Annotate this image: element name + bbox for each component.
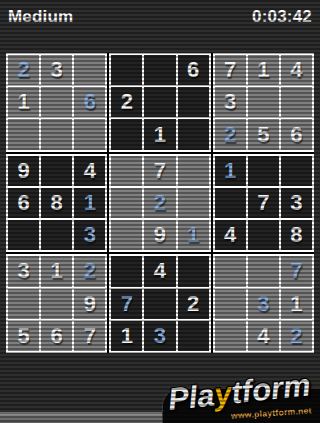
cell-r7c7[interactable] (215, 256, 246, 286)
cell-r1c4[interactable] (111, 55, 142, 85)
cell-r1c7[interactable]: 7 (215, 55, 246, 85)
cell-r1c6[interactable]: 6 (178, 55, 209, 85)
cell-r4c7[interactable]: 1 (215, 156, 246, 186)
cell-r4c8[interactable] (248, 156, 279, 186)
cell-r4c1[interactable]: 9 (8, 156, 39, 186)
block-2-3: 17348 (213, 154, 314, 253)
cell-r2c7[interactable]: 3 (215, 87, 246, 117)
cell-r9c7[interactable] (215, 321, 246, 351)
cell-r9c1[interactable]: 5 (8, 321, 39, 351)
cell-r8c9[interactable]: 1 (281, 289, 312, 319)
cell-r9c4[interactable]: 1 (111, 321, 142, 351)
cell-r8c3[interactable]: 9 (74, 289, 105, 319)
cell-r2c9[interactable] (281, 87, 312, 117)
block-2-2: 7291 (109, 154, 210, 253)
difficulty-label: Medium (8, 7, 73, 27)
cell-r6c9[interactable]: 8 (281, 220, 312, 250)
cell-r9c5[interactable]: 3 (144, 321, 175, 351)
cell-r7c5[interactable]: 4 (144, 256, 175, 286)
block-1-2: 621 (109, 53, 210, 152)
cell-r6c7[interactable]: 4 (215, 220, 246, 250)
cell-r9c9[interactable]: 2 (281, 321, 312, 351)
cell-r6c6[interactable]: 1 (178, 220, 209, 250)
cell-r6c8[interactable] (248, 220, 279, 250)
cell-r9c2[interactable]: 6 (41, 321, 72, 351)
sudoku-grid: 2316621714325694681372911734831295674721… (6, 53, 314, 353)
status-bar: Medium 0:03:42 (0, 0, 320, 34)
cell-r5c9[interactable]: 3 (281, 188, 312, 218)
cell-r1c8[interactable]: 1 (248, 55, 279, 85)
cell-r7c6[interactable] (178, 256, 209, 286)
block-1-1: 2316 (6, 53, 107, 152)
cell-r5c2[interactable]: 8 (41, 188, 72, 218)
brand-text-tform: tform (230, 367, 312, 410)
cell-r2c5[interactable] (144, 87, 175, 117)
cell-r1c2[interactable]: 3 (41, 55, 72, 85)
cell-r8c4[interactable]: 7 (111, 289, 142, 319)
cell-r9c6[interactable] (178, 321, 209, 351)
cell-r1c9[interactable]: 4 (281, 55, 312, 85)
cell-r8c7[interactable] (215, 289, 246, 319)
cell-r8c6[interactable]: 2 (178, 289, 209, 319)
cell-r3c1[interactable] (8, 119, 39, 149)
block-3-3: 73142 (213, 254, 314, 353)
cell-r6c3[interactable]: 3 (74, 220, 105, 250)
cell-r4c3[interactable]: 4 (74, 156, 105, 186)
cell-r6c5[interactable]: 9 (144, 220, 175, 250)
cell-r6c4[interactable] (111, 220, 142, 250)
block-3-2: 47213 (109, 254, 210, 353)
cell-r7c4[interactable] (111, 256, 142, 286)
cell-r2c6[interactable] (178, 87, 209, 117)
cell-r4c9[interactable] (281, 156, 312, 186)
bottom-toolbar-edge (0, 412, 168, 423)
brand-text-pla: Pla (166, 377, 216, 417)
cell-r8c2[interactable] (41, 289, 72, 319)
cell-r7c2[interactable]: 1 (41, 256, 72, 286)
cell-r2c2[interactable] (41, 87, 72, 117)
block-1-3: 7143256 (213, 53, 314, 152)
cell-r2c1[interactable]: 1 (8, 87, 39, 117)
cell-r9c3[interactable]: 7 (74, 321, 105, 351)
cell-r4c2[interactable] (41, 156, 72, 186)
cell-r3c3[interactable] (74, 119, 105, 149)
cell-r7c3[interactable]: 2 (74, 256, 105, 286)
cell-r5c6[interactable] (178, 188, 209, 218)
cell-r3c9[interactable]: 6 (281, 119, 312, 149)
cell-r6c2[interactable] (41, 220, 72, 250)
cell-r4c5[interactable]: 7 (144, 156, 175, 186)
cell-r2c4[interactable]: 2 (111, 87, 142, 117)
cell-r4c6[interactable] (178, 156, 209, 186)
cell-r9c8[interactable]: 4 (248, 321, 279, 351)
cell-r5c8[interactable]: 7 (248, 188, 279, 218)
cell-r3c5[interactable]: 1 (144, 119, 175, 149)
cell-r3c7[interactable]: 2 (215, 119, 246, 149)
cell-r3c4[interactable] (111, 119, 142, 149)
cell-r7c9[interactable]: 7 (281, 256, 312, 286)
game-timer: 0:03:42 (252, 7, 312, 27)
cell-r3c2[interactable] (41, 119, 72, 149)
brand-panel: Playtform www.playtform.net (162, 388, 320, 423)
cell-r7c1[interactable]: 3 (8, 256, 39, 286)
cell-r5c3[interactable]: 1 (74, 188, 105, 218)
cell-r8c5[interactable] (144, 289, 175, 319)
cell-r6c1[interactable] (8, 220, 39, 250)
cell-r5c1[interactable]: 6 (8, 188, 39, 218)
cell-r8c8[interactable]: 3 (248, 289, 279, 319)
cell-r3c8[interactable]: 5 (248, 119, 279, 149)
cell-r2c8[interactable] (248, 87, 279, 117)
cell-r1c1[interactable]: 2 (8, 55, 39, 85)
cell-r5c7[interactable] (215, 188, 246, 218)
block-2-1: 946813 (6, 154, 107, 253)
cell-r2c3[interactable]: 6 (74, 87, 105, 117)
block-3-1: 3129567 (6, 254, 107, 353)
cell-r1c3[interactable] (74, 55, 105, 85)
cell-r1c5[interactable] (144, 55, 175, 85)
cell-r4c4[interactable] (111, 156, 142, 186)
cell-r3c6[interactable] (178, 119, 209, 149)
cell-r5c4[interactable] (111, 188, 142, 218)
cell-r7c8[interactable] (248, 256, 279, 286)
cell-r8c1[interactable] (8, 289, 39, 319)
cell-r5c5[interactable]: 2 (144, 188, 175, 218)
